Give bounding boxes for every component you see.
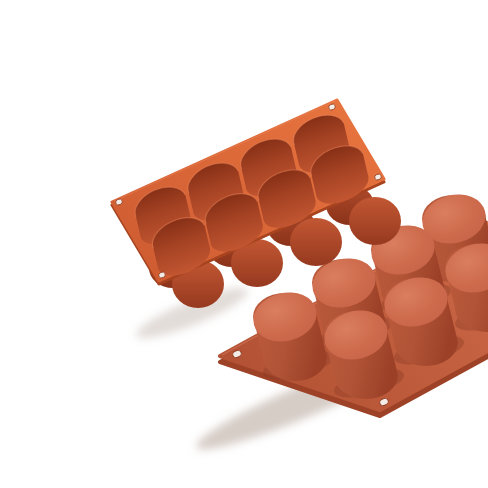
cavity-underside-bump <box>349 197 401 245</box>
cavity-underside-bump <box>290 218 342 266</box>
product-photo: Two terracotta-orange silicone baking mo… <box>40 16 488 488</box>
product-photo-canvas <box>40 16 488 488</box>
